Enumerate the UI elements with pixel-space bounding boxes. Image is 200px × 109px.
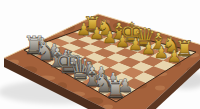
piece-black-pawn-a7: ♟	[167, 46, 182, 66]
chess-set-photo: ♜♟♞♝♟♚♟♛♟♝♟♟♞♜♟♜♟♟♞♟♟♝♟♚♟♛♟♝♟♞♟♜	[0, 0, 200, 109]
piece-white-rook-a1: ♜	[104, 75, 127, 104]
board-scene: ♜♟♞♝♟♚♟♛♟♝♟♟♞♜♟♜♟♟♞♟♟♝♟♚♟♛♟♝♟♞♟♜	[0, 0, 200, 109]
